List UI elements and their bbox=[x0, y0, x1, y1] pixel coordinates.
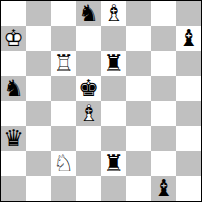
square-f5[interactable] bbox=[126, 76, 151, 101]
square-b8[interactable] bbox=[26, 1, 51, 26]
square-d4[interactable]: ♝♗ bbox=[76, 101, 101, 126]
black-queen-icon[interactable]: ♛ bbox=[1, 126, 26, 151]
square-e4[interactable] bbox=[101, 101, 126, 126]
square-d2[interactable] bbox=[76, 151, 101, 176]
square-f6[interactable] bbox=[126, 51, 151, 76]
square-g6[interactable] bbox=[151, 51, 176, 76]
white-bishop-outline: ♗ bbox=[76, 101, 101, 126]
square-f4[interactable] bbox=[126, 101, 151, 126]
square-d3[interactable] bbox=[76, 126, 101, 151]
square-b1[interactable] bbox=[26, 176, 51, 201]
square-e3[interactable] bbox=[101, 126, 126, 151]
white-bishop-outline: ♗ bbox=[101, 1, 126, 26]
square-c8[interactable] bbox=[51, 1, 76, 26]
square-a1[interactable] bbox=[1, 176, 26, 201]
black-bishop-icon[interactable]: ♝ bbox=[176, 26, 201, 51]
white-rook-outline: ♖ bbox=[51, 51, 76, 76]
square-h4[interactable] bbox=[176, 101, 201, 126]
square-c1[interactable] bbox=[51, 176, 76, 201]
black-rook-icon[interactable]: ♜ bbox=[101, 151, 126, 176]
square-c6[interactable]: ♜♖ bbox=[51, 51, 76, 76]
square-g4[interactable] bbox=[151, 101, 176, 126]
square-b4[interactable] bbox=[26, 101, 51, 126]
white-bishop-icon[interactable]: ♝♗ bbox=[76, 101, 101, 126]
square-h8[interactable] bbox=[176, 1, 201, 26]
black-rook-icon[interactable]: ♜ bbox=[101, 51, 126, 76]
white-knight-outline: ♘ bbox=[51, 151, 76, 176]
square-f2[interactable] bbox=[126, 151, 151, 176]
square-g3[interactable] bbox=[151, 126, 176, 151]
square-a7[interactable]: ♚♔ bbox=[1, 26, 26, 51]
square-b3[interactable] bbox=[26, 126, 51, 151]
square-a8[interactable] bbox=[1, 1, 26, 26]
square-h3[interactable] bbox=[176, 126, 201, 151]
square-e2[interactable]: ♜ bbox=[101, 151, 126, 176]
black-knight-icon[interactable]: ♞ bbox=[76, 1, 101, 26]
square-h1[interactable] bbox=[176, 176, 201, 201]
square-h2[interactable] bbox=[176, 151, 201, 176]
square-d1[interactable] bbox=[76, 176, 101, 201]
white-king-outline: ♔ bbox=[1, 26, 26, 51]
square-c4[interactable] bbox=[51, 101, 76, 126]
white-rook-icon[interactable]: ♜♖ bbox=[51, 51, 76, 76]
square-c2[interactable]: ♞♘ bbox=[51, 151, 76, 176]
square-a6[interactable] bbox=[1, 51, 26, 76]
square-e8[interactable]: ♝♗ bbox=[101, 1, 126, 26]
square-h7[interactable]: ♝ bbox=[176, 26, 201, 51]
square-e5[interactable] bbox=[101, 76, 126, 101]
square-g2[interactable] bbox=[151, 151, 176, 176]
square-a2[interactable] bbox=[1, 151, 26, 176]
white-bishop-icon[interactable]: ♝♗ bbox=[101, 1, 126, 26]
square-g8[interactable] bbox=[151, 1, 176, 26]
square-d7[interactable] bbox=[76, 26, 101, 51]
square-h5[interactable] bbox=[176, 76, 201, 101]
square-b5[interactable] bbox=[26, 76, 51, 101]
square-f3[interactable] bbox=[126, 126, 151, 151]
black-bishop-icon[interactable]: ♝ bbox=[151, 176, 176, 201]
square-e6[interactable]: ♜ bbox=[101, 51, 126, 76]
square-d8[interactable]: ♞ bbox=[76, 1, 101, 26]
square-c5[interactable] bbox=[51, 76, 76, 101]
square-e1[interactable] bbox=[101, 176, 126, 201]
white-knight-icon[interactable]: ♞♘ bbox=[51, 151, 76, 176]
black-knight-icon[interactable]: ♞ bbox=[1, 76, 26, 101]
square-f7[interactable] bbox=[126, 26, 151, 51]
square-e7[interactable] bbox=[101, 26, 126, 51]
chess-board: ♞♝♗♚♔♝♜♖♜♞♚♝♗♛♞♘♜♝ bbox=[0, 0, 202, 202]
square-g7[interactable] bbox=[151, 26, 176, 51]
square-h6[interactable] bbox=[176, 51, 201, 76]
square-f8[interactable] bbox=[126, 1, 151, 26]
square-d6[interactable] bbox=[76, 51, 101, 76]
square-f1[interactable] bbox=[126, 176, 151, 201]
square-b2[interactable] bbox=[26, 151, 51, 176]
square-a4[interactable] bbox=[1, 101, 26, 126]
black-king-icon[interactable]: ♚ bbox=[76, 76, 101, 101]
square-b7[interactable] bbox=[26, 26, 51, 51]
square-g1[interactable]: ♝ bbox=[151, 176, 176, 201]
chess-diagram: ♞♝♗♚♔♝♜♖♜♞♚♝♗♛♞♘♜♝ bbox=[0, 0, 202, 202]
square-b6[interactable] bbox=[26, 51, 51, 76]
square-a5[interactable]: ♞ bbox=[1, 76, 26, 101]
square-d5[interactable]: ♚ bbox=[76, 76, 101, 101]
square-a3[interactable]: ♛ bbox=[1, 126, 26, 151]
white-king-icon[interactable]: ♚♔ bbox=[1, 26, 26, 51]
square-g5[interactable] bbox=[151, 76, 176, 101]
square-c7[interactable] bbox=[51, 26, 76, 51]
square-c3[interactable] bbox=[51, 126, 76, 151]
